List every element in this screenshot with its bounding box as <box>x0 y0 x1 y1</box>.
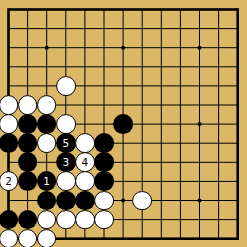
white-stone[interactable] <box>94 210 114 230</box>
black-stone[interactable] <box>0 210 18 230</box>
black-stone[interactable]: 1 <box>37 171 57 191</box>
white-stone[interactable]: 4 <box>75 152 95 172</box>
black-stone[interactable] <box>18 114 38 134</box>
white-stone[interactable] <box>37 229 57 247</box>
black-stone[interactable] <box>94 171 114 191</box>
white-stone[interactable] <box>0 229 18 247</box>
move-number-label: 1 <box>43 176 50 187</box>
white-stone[interactable] <box>0 114 18 134</box>
white-stone[interactable] <box>0 95 18 115</box>
move-number-label: 3 <box>62 157 69 168</box>
white-stone[interactable] <box>56 210 76 230</box>
star-point <box>45 46 49 50</box>
black-stone[interactable] <box>75 191 95 211</box>
black-stone[interactable] <box>94 133 114 153</box>
move-number-label: 5 <box>62 138 69 149</box>
white-stone[interactable] <box>18 229 38 247</box>
black-stone[interactable] <box>18 210 38 230</box>
star-point <box>198 122 202 126</box>
move-number-label: 4 <box>82 157 89 168</box>
white-stone[interactable] <box>56 114 76 134</box>
black-stone[interactable] <box>0 133 18 153</box>
star-point <box>121 46 125 50</box>
white-stone[interactable] <box>18 95 38 115</box>
black-stone[interactable] <box>56 191 76 211</box>
black-stone[interactable]: 5 <box>56 133 76 153</box>
star-point <box>121 199 125 203</box>
black-stone[interactable]: 3 <box>56 152 76 172</box>
black-stone[interactable] <box>94 152 114 172</box>
black-stone[interactable] <box>113 114 133 134</box>
white-stone[interactable] <box>37 95 57 115</box>
black-stone[interactable] <box>37 114 57 134</box>
white-stone[interactable] <box>132 191 152 211</box>
black-stone[interactable] <box>18 133 38 153</box>
white-stone[interactable] <box>75 210 95 230</box>
black-stone[interactable] <box>18 171 38 191</box>
white-stone[interactable] <box>94 191 114 211</box>
white-stone[interactable] <box>56 171 76 191</box>
black-stone[interactable] <box>18 152 38 172</box>
white-stone[interactable] <box>75 133 95 153</box>
star-point <box>198 46 202 50</box>
white-stone[interactable] <box>37 210 57 230</box>
white-stone[interactable] <box>37 133 57 153</box>
white-stone[interactable]: 2 <box>0 171 18 191</box>
go-board[interactable]: 53421 <box>0 0 247 247</box>
star-point <box>198 199 202 203</box>
black-stone[interactable] <box>37 191 57 211</box>
white-stone[interactable] <box>56 76 76 96</box>
move-number-label: 2 <box>5 176 12 187</box>
white-stone[interactable] <box>75 171 95 191</box>
